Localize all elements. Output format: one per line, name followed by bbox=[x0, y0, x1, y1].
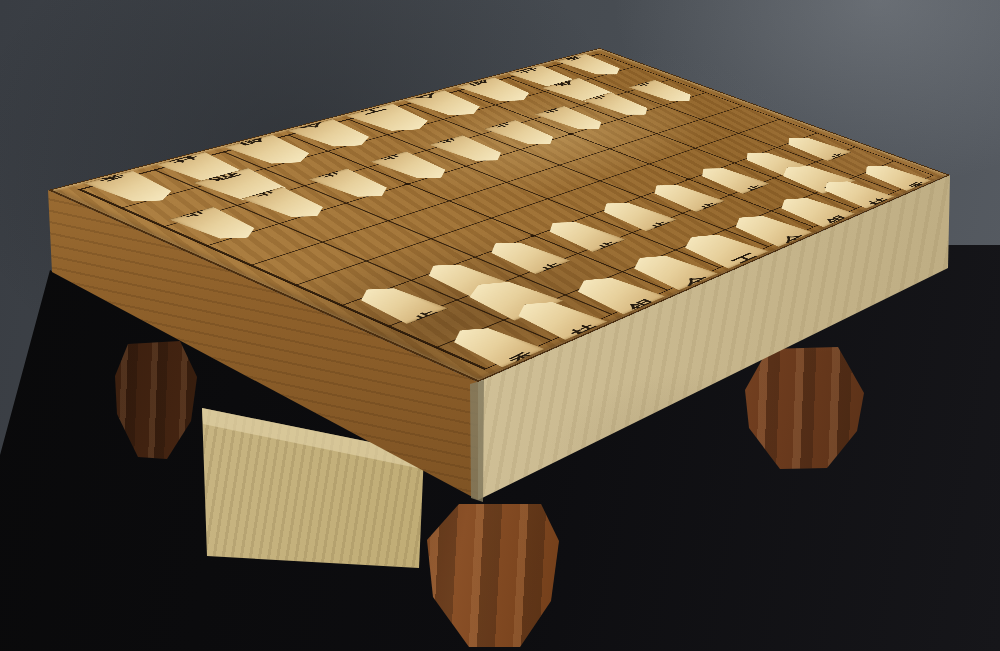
photo-scene: 香桂銀金玉金銀桂香飛角歩歩歩歩歩歩歩歩歩歩歩歩歩歩歩歩歩歩角飛香桂銀金王金銀桂香 bbox=[0, 0, 1000, 651]
